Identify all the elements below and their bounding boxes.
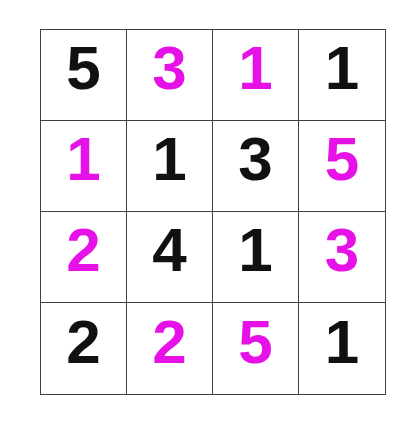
cell-digit: 1 bbox=[325, 311, 359, 373]
grid-cell-r2c2[interactable]: 1 bbox=[213, 212, 299, 303]
cell-digit: 2 bbox=[66, 219, 100, 281]
grid-cell-r3c3[interactable]: 1 bbox=[299, 303, 385, 394]
grid-cell-r3c2[interactable]: 5 bbox=[213, 303, 299, 394]
cell-digit: 1 bbox=[238, 37, 272, 99]
grid-cell-r1c0[interactable]: 1 bbox=[41, 121, 127, 212]
cell-digit: 5 bbox=[66, 37, 100, 99]
grid-cell-r1c1[interactable]: 1 bbox=[127, 121, 213, 212]
cell-digit: 1 bbox=[238, 219, 272, 281]
grid-cell-r1c3[interactable]: 5 bbox=[299, 121, 385, 212]
puzzle-page: 5311113524132251 bbox=[0, 0, 420, 427]
grid-cell-r3c0[interactable]: 2 bbox=[41, 303, 127, 394]
cell-digit: 2 bbox=[152, 311, 186, 373]
number-grid-board: 5311113524132251 bbox=[40, 29, 386, 395]
cell-digit: 4 bbox=[152, 219, 186, 281]
grid-cell-r0c3[interactable]: 1 bbox=[299, 30, 385, 121]
grid-cell-r0c0[interactable]: 5 bbox=[41, 30, 127, 121]
cell-digit: 3 bbox=[325, 219, 359, 281]
grid-cell-r1c2[interactable]: 3 bbox=[213, 121, 299, 212]
grid-cell-r2c0[interactable]: 2 bbox=[41, 212, 127, 303]
cell-digit: 3 bbox=[152, 37, 186, 99]
cell-digit: 5 bbox=[238, 311, 272, 373]
grid-cell-r0c1[interactable]: 3 bbox=[127, 30, 213, 121]
grid-cell-r0c2[interactable]: 1 bbox=[213, 30, 299, 121]
grid-cell-r2c3[interactable]: 3 bbox=[299, 212, 385, 303]
grid-cell-r2c1[interactable]: 4 bbox=[127, 212, 213, 303]
cell-digit: 3 bbox=[238, 128, 272, 190]
cell-digit: 1 bbox=[325, 37, 359, 99]
cell-digit: 2 bbox=[66, 311, 100, 373]
cell-digit: 1 bbox=[152, 128, 186, 190]
grid-cell-r3c1[interactable]: 2 bbox=[127, 303, 213, 394]
cell-digit: 1 bbox=[66, 128, 100, 190]
cell-digit: 5 bbox=[325, 128, 359, 190]
